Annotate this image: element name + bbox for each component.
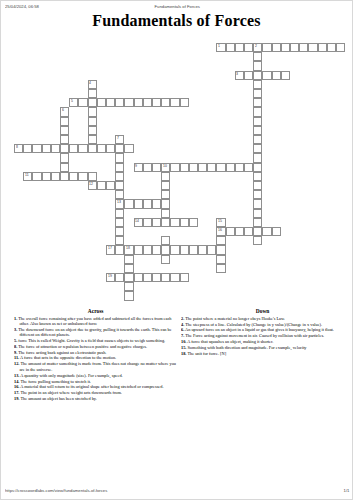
grid-cell-r23c16[interactable] <box>161 255 170 264</box>
clue-across-1: 1. The overall force remaining after you… <box>14 316 177 327</box>
grid-cell-r20c24[interactable] <box>235 227 244 236</box>
grid-cell-r23c22[interactable] <box>216 255 225 264</box>
grid-cell-r17c16[interactable] <box>161 199 170 208</box>
grid-cell-r19c11[interactable] <box>115 218 124 227</box>
clue-across-12: 12. The amount of matter something is ma… <box>14 362 177 373</box>
grid-cell-r0c35[interactable] <box>336 43 345 52</box>
grid-cell-r19c18[interactable] <box>180 218 189 227</box>
crossword-grid: 12345678910111213141516171819 <box>14 43 345 301</box>
grid-cell-r0c23[interactable] <box>226 43 235 52</box>
grid-cell-r16c11[interactable] <box>115 190 124 199</box>
page: { "game": "crossword", "header": { "time… <box>0 0 353 500</box>
cell-number-6: 6 <box>62 108 64 111</box>
down-clues-column: Down 2. The point where a material no lo… <box>181 309 353 389</box>
grid-cell-r15c10[interactable] <box>106 181 115 190</box>
grid-cell-r3c25[interactable] <box>244 71 253 80</box>
grid-cell-r19c16[interactable] <box>161 218 170 227</box>
grid-cell-r12c11[interactable] <box>115 153 124 162</box>
grid-cell-r11c5[interactable] <box>60 144 69 153</box>
grid-cell-r21c22[interactable] <box>216 236 225 245</box>
grid-cell-r0c30[interactable] <box>290 43 299 52</box>
clue-down-10: 10. A force that squashes an object, mak… <box>181 340 344 345</box>
grid-cell-r0c24[interactable] <box>235 43 244 52</box>
cell-number-11: 11 <box>25 173 29 176</box>
grid-cell-r3c28[interactable] <box>272 71 281 80</box>
grid-cell-r11c7[interactable] <box>78 144 87 153</box>
grid-cell-r8c26[interactable] <box>253 117 262 126</box>
grid-cell-r14c2[interactable] <box>32 172 41 181</box>
grid-cell-r5c8[interactable] <box>88 89 97 98</box>
grid-cell-r22c16[interactable] <box>161 245 170 254</box>
page-number: 1/1 <box>344 488 350 492</box>
cell-number-1: 1 <box>218 44 220 47</box>
grid-cell-r17c26[interactable] <box>253 199 262 208</box>
page-title: Fundamentals of Forces <box>1 12 352 30</box>
grid-cell-r15c16[interactable] <box>161 181 170 190</box>
cell-number-2: 2 <box>255 44 257 47</box>
grid-cell-r22c21[interactable] <box>207 245 216 254</box>
grid-cell-r0c33[interactable] <box>318 43 327 52</box>
clue-across-5: 5. force This is called Weight. Gravity … <box>14 338 177 343</box>
grid-cell-r15c9[interactable] <box>97 181 106 190</box>
cell-number-8: 8 <box>16 145 18 148</box>
grid-cell-r13c17[interactable] <box>170 163 179 172</box>
clue-across-16: 16. A material that will return to its o… <box>14 385 177 390</box>
cell-number-10: 10 <box>163 164 167 167</box>
grid-cell-r20c26[interactable] <box>253 227 262 236</box>
print-footer: https://crosswordlabs.com/view/fundament… <box>5 488 349 492</box>
grid-cell-r14c16[interactable] <box>161 172 170 181</box>
grid-cell-r22c15[interactable] <box>152 245 161 254</box>
grid-cell-r10c11[interactable]: 7 <box>115 135 124 144</box>
grid-cell-r17c12[interactable] <box>124 199 133 208</box>
grid-cell-r7c5[interactable]: 6 <box>60 107 69 116</box>
print-header: 25/04/2024, 06:58 Fundamentals of Forces <box>5 4 349 8</box>
grid-cell-r15c11[interactable] <box>115 181 124 190</box>
grid-cell-r13c22[interactable] <box>216 163 225 172</box>
grid-cell-r11c8[interactable] <box>88 144 97 153</box>
grid-cell-r12c26[interactable] <box>253 153 262 162</box>
grid-cell-r13c11[interactable] <box>115 163 124 172</box>
grid-cell-r13c21[interactable] <box>207 163 216 172</box>
grid-cell-r6c17[interactable] <box>170 98 179 107</box>
grid-cell-r4c26[interactable] <box>253 80 262 89</box>
cell-number-14: 14 <box>135 219 139 222</box>
grid-cell-r27c12[interactable] <box>124 291 133 300</box>
grid-cell-r25c18[interactable] <box>180 273 189 282</box>
clue-down-2: 2. The point where a material no longer … <box>181 316 344 321</box>
clue-across-14: 14. The force pulling something to stret… <box>14 379 177 384</box>
grid-cell-r10c26[interactable] <box>253 135 262 144</box>
grid-cell-r19c22[interactable]: 15 <box>216 218 225 227</box>
grid-cell-r13c23[interactable] <box>226 163 235 172</box>
grid-cell-r22c20[interactable] <box>198 245 207 254</box>
grid-cell-r3c24[interactable]: 3 <box>235 71 244 80</box>
grid-cell-r0c26[interactable]: 2 <box>253 43 262 52</box>
grid-cell-r6c12[interactable] <box>124 98 133 107</box>
grid-cell-r25c15[interactable] <box>152 273 161 282</box>
grid-cell-r16c16[interactable] <box>161 190 170 199</box>
grid-cell-r20c28[interactable] <box>272 227 281 236</box>
grid-cell-r11c10[interactable] <box>106 144 115 153</box>
grid-cell-r14c4[interactable] <box>51 172 60 181</box>
cell-number-5: 5 <box>71 99 73 102</box>
grid-cell-r13c16[interactable]: 10 <box>161 163 170 172</box>
clue-across-11: 11. A force that acts in the opposite di… <box>14 356 177 361</box>
grid-cell-r6c26[interactable] <box>253 98 262 107</box>
grid-cell-r20c27[interactable] <box>262 227 271 236</box>
grid-cell-r17c14[interactable] <box>143 199 152 208</box>
grid-cell-r14c3[interactable] <box>42 172 51 181</box>
print-doc-title: Fundamentals of Forces <box>155 4 200 8</box>
clue-across-17: 17. The point in an object where weight … <box>14 391 177 396</box>
grid-cell-r22c10[interactable]: 17 <box>106 245 115 254</box>
cell-number-7: 7 <box>117 136 119 139</box>
grid-cell-r20c11[interactable] <box>115 227 124 236</box>
grid-cell-r0c34[interactable] <box>327 43 336 52</box>
grid-cell-r17c13[interactable] <box>134 199 143 208</box>
grid-cell-r21c16[interactable] <box>161 236 170 245</box>
cell-number-3: 3 <box>236 72 238 75</box>
grid-cell-r19c17[interactable] <box>170 218 179 227</box>
grid-cell-r6c18[interactable] <box>180 98 189 107</box>
cell-number-13: 13 <box>117 200 121 203</box>
clue-down-6: 6. An upward force on an object in a liq… <box>181 328 344 333</box>
grid-cell-r6c16[interactable] <box>161 98 170 107</box>
grid-cell-r6c13[interactable] <box>134 98 143 107</box>
grid-cell-r11c1[interactable] <box>23 144 32 153</box>
grid-cell-r10c8[interactable] <box>88 135 97 144</box>
grid-cell-r25c13[interactable] <box>134 273 143 282</box>
grid-cell-r11c26[interactable] <box>253 144 262 153</box>
grid-cell-r14c6[interactable] <box>69 172 78 181</box>
grid-cell-r11c12[interactable] <box>124 144 133 153</box>
across-header: Across <box>14 309 177 314</box>
grid-cell-r17c11[interactable]: 13 <box>115 199 124 208</box>
grid-cell-r13c19[interactable] <box>189 163 198 172</box>
across-clues: 1. The overall force remaining after you… <box>14 316 177 402</box>
clue-across-13: 13. A quantity with only magnitude (size… <box>14 373 177 378</box>
grid-cell-r10c5[interactable] <box>60 135 69 144</box>
grid-cell-r22c18[interactable] <box>180 245 189 254</box>
grid-cell-r13c15[interactable] <box>152 163 161 172</box>
grid-cell-r17c15[interactable] <box>152 199 161 208</box>
grid-cell-r13c18[interactable] <box>180 163 189 172</box>
grid-cell-r13c14[interactable] <box>143 163 152 172</box>
grid-cell-r14c5[interactable] <box>60 172 69 181</box>
grid-cell-r24c22[interactable] <box>216 264 225 273</box>
grid-cell-r6c9[interactable] <box>97 98 106 107</box>
grid-cell-r9c26[interactable] <box>253 126 262 135</box>
grid-cell-r0c29[interactable] <box>281 43 290 52</box>
grid-cell-r11c3[interactable] <box>42 144 51 153</box>
clue-down-18: 18. The unit for force. [N] <box>181 351 344 356</box>
grid-cell-r4c8[interactable]: 4 <box>88 80 97 89</box>
grid-cell-r7c8[interactable] <box>88 107 97 116</box>
grid-cell-r5c26[interactable] <box>253 89 262 98</box>
grid-cell-r1c26[interactable] <box>253 52 262 61</box>
grid-cell-r0c32[interactable] <box>308 43 317 52</box>
grid-cell-r19c26[interactable] <box>253 218 262 227</box>
clue-across-9: 9. The force acting back against an elec… <box>14 350 177 355</box>
grid-cell-r8c5[interactable] <box>60 117 69 126</box>
grid-cell-r21c26[interactable] <box>253 236 262 245</box>
grid-cell-r7c26[interactable] <box>253 107 262 116</box>
grid-cell-r13c13[interactable]: 9 <box>134 163 143 172</box>
grid-cell-r6c6[interactable]: 5 <box>69 98 78 107</box>
cell-number-4: 4 <box>89 81 91 84</box>
grid-cell-r14c7[interactable] <box>78 172 87 181</box>
grid-cell-r6c7[interactable] <box>78 98 87 107</box>
cell-number-19: 19 <box>108 274 112 277</box>
grid-cell-r26c12[interactable] <box>124 282 133 291</box>
grid-cell-r21c11[interactable] <box>115 236 124 245</box>
grid-cell-r11c9[interactable] <box>97 144 106 153</box>
grid-cell-r6c8[interactable] <box>88 98 97 107</box>
grid-cell-r9c8[interactable] <box>88 126 97 135</box>
down-clues: 2. The point where a material no longer … <box>181 316 344 357</box>
clue-across-19: 19. The amount an object has been stretc… <box>14 397 177 402</box>
grid-cell-r6c10[interactable] <box>106 98 115 107</box>
grid-cell-r12c5[interactable] <box>60 153 69 162</box>
cell-number-15: 15 <box>218 219 222 222</box>
grid-cell-r13c25[interactable] <box>244 163 253 172</box>
grid-cell-r22c12[interactable]: 18 <box>124 245 133 254</box>
grid-cell-r19c19[interactable] <box>189 218 198 227</box>
grid-cell-r22c19[interactable] <box>189 245 198 254</box>
grid-cell-r18c16[interactable] <box>161 209 170 218</box>
grid-cell-r3c26[interactable] <box>253 71 262 80</box>
cell-number-17: 17 <box>108 246 112 249</box>
footer-url: https://crosswordlabs.com/view/fundament… <box>5 488 107 492</box>
cell-number-18: 18 <box>126 246 130 249</box>
grid-cell-r25c17[interactable] <box>170 273 179 282</box>
down-header: Down <box>181 309 344 314</box>
clue-down-7: 7. The Force acting against movement in … <box>181 334 344 339</box>
grid-cell-r14c8[interactable] <box>88 172 97 181</box>
grid-cell-r8c8[interactable] <box>88 117 97 126</box>
grid-cell-r24c12[interactable] <box>124 264 133 273</box>
grid-cell-r0c22[interactable]: 1 <box>216 43 225 52</box>
grid-cell-r19c15[interactable] <box>152 218 161 227</box>
grid-cell-r16c26[interactable] <box>253 190 262 199</box>
grid-cell-r3c27[interactable] <box>262 71 271 80</box>
grid-cell-r13c20[interactable] <box>198 163 207 172</box>
cell-number-9: 9 <box>135 164 137 167</box>
grid-cell-r13c5[interactable] <box>60 163 69 172</box>
grid-cell-r19c13[interactable]: 14 <box>134 218 143 227</box>
grid-cell-r0c31[interactable] <box>299 43 308 52</box>
grid-cell-r25c10[interactable]: 19 <box>106 273 115 282</box>
grid-cell-r20c23[interactable] <box>226 227 235 236</box>
grid-cell-r18c11[interactable] <box>115 209 124 218</box>
grid-cell-r22c17[interactable] <box>170 245 179 254</box>
grid-cell-r6c15[interactable] <box>152 98 161 107</box>
grid-cell-r11c4[interactable] <box>51 144 60 153</box>
grid-cell-r25c12[interactable] <box>124 273 133 282</box>
grid-cell-r2c26[interactable] <box>253 61 262 70</box>
grid-cell-r22c14[interactable] <box>143 245 152 254</box>
grid-cell-r3c29[interactable] <box>281 71 290 80</box>
grid-cell-r22c13[interactable] <box>134 245 143 254</box>
grid-cell-r18c26[interactable] <box>253 209 262 218</box>
print-timestamp: 25/04/2024, 06:58 <box>5 4 39 8</box>
clue-down-4: 4. The steepness of a line. Calculated b… <box>181 322 344 327</box>
grid-cell-r22c22[interactable] <box>216 245 225 254</box>
cell-number-12: 12 <box>89 182 93 185</box>
clue-across-3: 3. The downward force on an object due t… <box>14 327 177 338</box>
grid-cell-r15c8[interactable]: 12 <box>88 181 97 190</box>
grid-cell-r0c27[interactable] <box>262 43 271 52</box>
grid-cell-r20c25[interactable] <box>244 227 253 236</box>
grid-cell-r15c26[interactable] <box>253 181 262 190</box>
grid-cell-r25c14[interactable] <box>143 273 152 282</box>
grid-cell-r25c11[interactable] <box>115 273 124 282</box>
clue-down-15: 15. Something with both direction and ma… <box>181 345 344 350</box>
grid-cell-r6c11[interactable] <box>115 98 124 107</box>
grid-cell-r13c24[interactable] <box>235 163 244 172</box>
grid-cell-r9c5[interactable] <box>60 126 69 135</box>
grid-cell-r14c11[interactable] <box>115 172 124 181</box>
grid-cell-r23c12[interactable] <box>124 255 133 264</box>
grid-cell-r0c25[interactable] <box>244 43 253 52</box>
grid-cell-r11c11[interactable] <box>115 144 124 153</box>
grid-cell-r20c22[interactable]: 16 <box>216 227 225 236</box>
grid-cell-r11c6[interactable] <box>69 144 78 153</box>
grid-cell-r11c2[interactable] <box>32 144 41 153</box>
grid-cell-r22c11[interactable] <box>115 245 124 254</box>
grid-cell-r0c28[interactable] <box>272 43 281 52</box>
clue-across-8: 8. The force of attraction or repulsion … <box>14 344 177 349</box>
cell-number-16: 16 <box>218 228 222 231</box>
grid-cell-r14c1[interactable]: 11 <box>23 172 32 181</box>
grid-cell-r14c26[interactable] <box>253 172 262 181</box>
grid-cell-r6c14[interactable] <box>143 98 152 107</box>
grid-cell-r13c26[interactable] <box>253 163 262 172</box>
grid-cell-r25c16[interactable] <box>161 273 170 282</box>
grid-cell-r11c0[interactable]: 8 <box>14 144 23 153</box>
grid-cell-r19c14[interactable] <box>143 218 152 227</box>
